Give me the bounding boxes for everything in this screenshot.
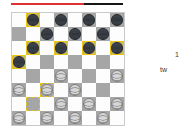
square-r7c1 <box>12 97 26 111</box>
light-piece[interactable]: ⛀ <box>69 112 81 124</box>
square-r7c5 <box>68 97 82 111</box>
square-r1c5 <box>68 13 82 27</box>
dark-piece[interactable]: ⛂ <box>111 14 123 26</box>
square-r2c7[interactable]: ⛂ <box>96 27 110 41</box>
square-r2c3[interactable]: ⛂ <box>40 27 54 41</box>
square-r8c2 <box>26 111 40 125</box>
square-r8c4 <box>54 111 68 125</box>
square-r3c8[interactable]: ⛂ <box>110 41 124 55</box>
app-canvas: ⛂⛂⛂⛂⛂⛂⛂⛂⛂⛂⛂⛂⛀⛀⛀⛀⛀⛀⛀⛀⛀⛀⛀⛀ 1 tw <box>0 0 180 135</box>
square-r7c7 <box>96 97 110 111</box>
dark-piece[interactable]: ⛂ <box>69 28 81 40</box>
square-r6c7[interactable] <box>96 83 110 97</box>
square-r4c7[interactable] <box>96 55 110 69</box>
square-r2c4 <box>54 27 68 41</box>
light-piece[interactable]: ⛀ <box>83 98 95 110</box>
square-r6c1[interactable]: ⛀ <box>12 83 26 97</box>
square-r1c4[interactable]: ⛂ <box>54 13 68 27</box>
square-r2c6 <box>82 27 96 41</box>
light-piece[interactable]: ⛀ <box>97 112 109 124</box>
square-r1c6[interactable]: ⛂ <box>82 13 96 27</box>
square-r3c2[interactable]: ⛂ <box>26 41 40 55</box>
square-r6c6 <box>82 83 96 97</box>
square-r8c8 <box>110 111 124 125</box>
square-r5c4[interactable]: ⛀ <box>54 69 68 83</box>
square-r7c3 <box>40 97 54 111</box>
light-piece[interactable]: ⛀ <box>41 84 53 96</box>
progress-red-segment <box>11 3 84 5</box>
square-r5c3 <box>40 69 54 83</box>
progress-black-segment <box>84 3 123 5</box>
checkers-board: ⛂⛂⛂⛂⛂⛂⛂⛂⛂⛂⛂⛂⛀⛀⛀⛀⛀⛀⛀⛀⛀⛀⛀⛀ <box>11 12 125 126</box>
dark-piece[interactable]: ⛂ <box>27 14 39 26</box>
square-r8c6 <box>82 111 96 125</box>
dark-piece[interactable]: ⛂ <box>83 14 95 26</box>
square-r2c8 <box>110 27 124 41</box>
square-r2c2 <box>26 27 40 41</box>
square-r1c1 <box>12 13 26 27</box>
dark-piece[interactable]: ⛂ <box>13 56 25 68</box>
square-r8c3[interactable]: ⛀ <box>40 111 54 125</box>
square-r4c6 <box>82 55 96 69</box>
square-r6c2 <box>26 83 40 97</box>
square-r4c2 <box>26 55 40 69</box>
square-r5c8[interactable]: ⛀ <box>110 69 124 83</box>
square-r3c4[interactable]: ⛂ <box>54 41 68 55</box>
square-r5c5 <box>68 69 82 83</box>
dark-piece[interactable]: ⛂ <box>83 42 95 54</box>
light-piece[interactable]: ⛀ <box>111 70 123 82</box>
square-r4c1[interactable]: ⛂ <box>12 55 26 69</box>
square-r1c2[interactable]: ⛂ <box>26 13 40 27</box>
light-piece[interactable]: ⛀ <box>13 84 25 96</box>
capture-progress-bar <box>11 3 123 5</box>
square-r4c8 <box>110 55 124 69</box>
dark-piece[interactable]: ⛂ <box>55 14 67 26</box>
square-r5c1 <box>12 69 26 83</box>
square-r6c5[interactable]: ⛀ <box>68 83 82 97</box>
square-r1c8[interactable]: ⛂ <box>110 13 124 27</box>
square-r6c4 <box>54 83 68 97</box>
square-r6c3[interactable]: ⛀ <box>40 83 54 97</box>
square-r5c2[interactable] <box>26 69 40 83</box>
square-r3c1 <box>12 41 26 55</box>
light-piece[interactable]: ⛀ <box>41 112 53 124</box>
square-r1c7 <box>96 13 110 27</box>
dark-piece[interactable]: ⛂ <box>41 28 53 40</box>
square-r3c7 <box>96 41 110 55</box>
square-r5c6[interactable] <box>82 69 96 83</box>
square-r4c5[interactable] <box>68 55 82 69</box>
square-r7c6[interactable]: ⛀ <box>82 97 96 111</box>
square-r8c1[interactable]: ⛀ <box>12 111 26 125</box>
dark-piece[interactable]: ⛂ <box>97 28 109 40</box>
square-r8c5[interactable]: ⛀ <box>68 111 82 125</box>
square-r7c2[interactable] <box>26 97 40 111</box>
square-r4c4 <box>54 55 68 69</box>
dark-piece[interactable]: ⛂ <box>27 42 39 54</box>
light-piece[interactable]: ⛀ <box>13 112 25 124</box>
square-r7c8[interactable]: ⛀ <box>110 97 124 111</box>
dark-piece[interactable]: ⛂ <box>55 42 67 54</box>
dark-piece[interactable]: ⛂ <box>111 42 123 54</box>
square-r2c5[interactable]: ⛂ <box>68 27 82 41</box>
square-r7c4[interactable]: ⛀ <box>54 97 68 111</box>
square-r3c5 <box>68 41 82 55</box>
light-piece[interactable]: ⛀ <box>69 84 81 96</box>
light-piece[interactable]: ⛀ <box>55 70 67 82</box>
square-r3c6[interactable]: ⛂ <box>82 41 96 55</box>
square-r4c3[interactable] <box>40 55 54 69</box>
light-piece[interactable]: ⛀ <box>55 98 67 110</box>
square-r1c3 <box>40 13 54 27</box>
light-piece[interactable]: ⛀ <box>111 98 123 110</box>
side-text-fragment-top: 1 <box>175 51 179 58</box>
square-r3c3 <box>40 41 54 55</box>
side-text-fragment-bottom: tw <box>160 66 167 73</box>
square-r2c1[interactable] <box>12 27 26 41</box>
square-r8c7[interactable]: ⛀ <box>96 111 110 125</box>
square-r5c7 <box>96 69 110 83</box>
square-r6c8 <box>110 83 124 97</box>
